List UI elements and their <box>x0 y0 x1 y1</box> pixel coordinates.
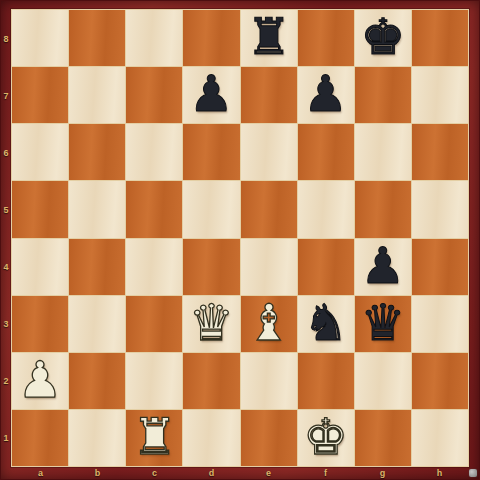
square-g2[interactable] <box>355 353 411 409</box>
chess-board[interactable]: ♜♚♟♟♟♛♝♞♛♟♜♚ <box>12 10 468 466</box>
square-a4[interactable] <box>12 239 68 295</box>
square-g1[interactable] <box>355 410 411 466</box>
piece-black-pawn[interactable]: ♟ <box>303 69 348 119</box>
square-b7[interactable] <box>69 67 125 123</box>
square-g6[interactable] <box>355 124 411 180</box>
square-a7[interactable] <box>12 67 68 123</box>
square-a6[interactable] <box>12 124 68 180</box>
piece-black-rook[interactable]: ♜ <box>246 12 291 62</box>
square-c4[interactable] <box>126 239 182 295</box>
piece-white-king[interactable]: ♚ <box>303 412 348 462</box>
chess-board-window: ♜♚♟♟♟♛♝♞♛♟♜♚ 87654321abcdefgh <box>0 0 480 480</box>
square-d8[interactable] <box>183 10 239 66</box>
square-f6[interactable] <box>298 124 354 180</box>
square-b8[interactable] <box>69 10 125 66</box>
square-f7[interactable]: ♟ <box>298 67 354 123</box>
square-h7[interactable] <box>412 67 468 123</box>
square-g8[interactable]: ♚ <box>355 10 411 66</box>
square-b5[interactable] <box>69 181 125 237</box>
square-c5[interactable] <box>126 181 182 237</box>
square-d1[interactable] <box>183 410 239 466</box>
square-a1[interactable] <box>12 410 68 466</box>
square-f8[interactable] <box>298 10 354 66</box>
square-a8[interactable] <box>12 10 68 66</box>
square-g3[interactable]: ♛ <box>355 296 411 352</box>
square-g4[interactable]: ♟ <box>355 239 411 295</box>
square-g7[interactable] <box>355 67 411 123</box>
square-d4[interactable] <box>183 239 239 295</box>
piece-black-pawn[interactable]: ♟ <box>360 241 405 291</box>
piece-black-pawn[interactable]: ♟ <box>189 69 234 119</box>
piece-white-queen[interactable]: ♛ <box>189 298 234 348</box>
square-d6[interactable] <box>183 124 239 180</box>
square-h2[interactable] <box>412 353 468 409</box>
square-e8[interactable]: ♜ <box>241 10 297 66</box>
square-b4[interactable] <box>69 239 125 295</box>
square-c7[interactable] <box>126 67 182 123</box>
square-d7[interactable]: ♟ <box>183 67 239 123</box>
square-c3[interactable] <box>126 296 182 352</box>
square-d5[interactable] <box>183 181 239 237</box>
square-h6[interactable] <box>412 124 468 180</box>
corner-grip-icon <box>469 469 477 477</box>
square-c8[interactable] <box>126 10 182 66</box>
square-d2[interactable] <box>183 353 239 409</box>
piece-white-rook[interactable]: ♜ <box>132 412 177 462</box>
square-c1[interactable]: ♜ <box>126 410 182 466</box>
square-c6[interactable] <box>126 124 182 180</box>
piece-white-pawn[interactable]: ♟ <box>18 355 63 405</box>
square-f1[interactable]: ♚ <box>298 410 354 466</box>
square-c2[interactable] <box>126 353 182 409</box>
square-f4[interactable] <box>298 239 354 295</box>
piece-white-bishop[interactable]: ♝ <box>246 298 291 348</box>
square-f3[interactable]: ♞ <box>298 296 354 352</box>
square-a2[interactable]: ♟ <box>12 353 68 409</box>
square-e4[interactable] <box>241 239 297 295</box>
square-e7[interactable] <box>241 67 297 123</box>
square-d3[interactable]: ♛ <box>183 296 239 352</box>
square-g5[interactable] <box>355 181 411 237</box>
square-f2[interactable] <box>298 353 354 409</box>
square-e3[interactable]: ♝ <box>241 296 297 352</box>
piece-black-queen[interactable]: ♛ <box>360 298 405 348</box>
square-b3[interactable] <box>69 296 125 352</box>
square-a3[interactable] <box>12 296 68 352</box>
square-b2[interactable] <box>69 353 125 409</box>
square-h1[interactable] <box>412 410 468 466</box>
square-a5[interactable] <box>12 181 68 237</box>
square-b6[interactable] <box>69 124 125 180</box>
square-h5[interactable] <box>412 181 468 237</box>
square-e1[interactable] <box>241 410 297 466</box>
square-e6[interactable] <box>241 124 297 180</box>
piece-black-king[interactable]: ♚ <box>360 12 405 62</box>
piece-black-knight[interactable]: ♞ <box>303 298 348 348</box>
square-e5[interactable] <box>241 181 297 237</box>
square-h4[interactable] <box>412 239 468 295</box>
square-f5[interactable] <box>298 181 354 237</box>
square-h8[interactable] <box>412 10 468 66</box>
square-e2[interactable] <box>241 353 297 409</box>
square-h3[interactable] <box>412 296 468 352</box>
square-b1[interactable] <box>69 410 125 466</box>
